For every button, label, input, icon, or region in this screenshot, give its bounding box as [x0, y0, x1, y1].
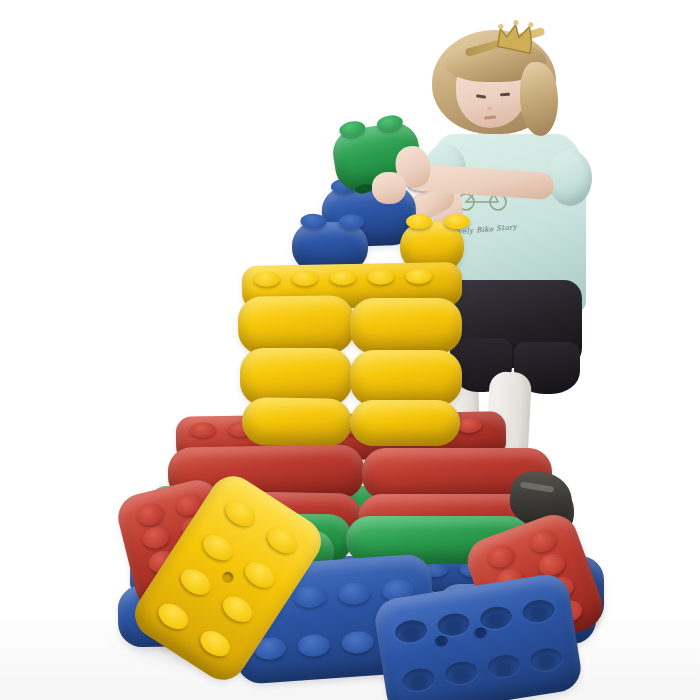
- stud: [221, 495, 260, 531]
- photo-scene: Lovely Bike Story: [0, 0, 700, 700]
- stud: [254, 271, 280, 286]
- stud-row: [406, 214, 470, 229]
- stud: [527, 527, 560, 556]
- stud: [199, 529, 238, 565]
- stud: [292, 271, 318, 286]
- stud: [341, 630, 374, 654]
- yellow-bar: [350, 350, 462, 406]
- stud: [241, 556, 280, 592]
- stud: [196, 625, 235, 661]
- block-center-hole: [220, 570, 235, 585]
- stud: [294, 584, 327, 608]
- stud: [338, 120, 366, 139]
- stud: [297, 633, 330, 657]
- stud: [401, 666, 436, 693]
- stud: [520, 597, 555, 624]
- stud: [140, 524, 171, 551]
- stud-row: [254, 269, 432, 287]
- girl-hand-bottom: [372, 172, 406, 204]
- stud: [300, 213, 326, 228]
- stud-row: [338, 114, 404, 139]
- stud: [393, 618, 428, 645]
- stud: [435, 611, 470, 638]
- yellow-bar: [350, 298, 462, 354]
- stud-row: [300, 213, 364, 229]
- stud: [330, 270, 356, 285]
- stud: [528, 646, 563, 673]
- stud: [443, 659, 478, 686]
- stud: [218, 591, 257, 627]
- stud: [338, 214, 364, 229]
- socket-dot: [434, 635, 449, 648]
- yellow-bar: [242, 397, 353, 447]
- stud: [444, 214, 470, 229]
- yellow-bar: [238, 295, 355, 355]
- stud: [338, 581, 371, 605]
- stud: [154, 598, 193, 634]
- girl-eye-right: [500, 93, 510, 97]
- stud: [485, 542, 518, 571]
- stud: [406, 214, 432, 229]
- stud: [376, 114, 404, 133]
- girl-hair-side: [520, 62, 558, 136]
- stud: [190, 422, 216, 437]
- socket-dot: [473, 626, 488, 639]
- girl-sleeve-right: [548, 150, 592, 206]
- stud: [486, 652, 521, 679]
- yellow-bar: [350, 400, 460, 446]
- girl-nose: [487, 107, 492, 110]
- stud: [368, 269, 394, 284]
- stud: [134, 501, 165, 528]
- stud: [176, 564, 215, 600]
- stud: [406, 269, 432, 284]
- stud: [263, 522, 302, 558]
